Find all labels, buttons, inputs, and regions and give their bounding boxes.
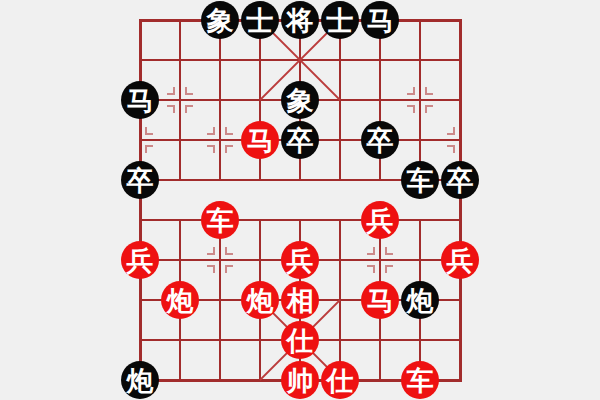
board-vline — [459, 19, 462, 382]
piece-red-general[interactable]: 帅 — [281, 361, 319, 399]
point-marker — [225, 127, 227, 135]
point-marker — [173, 87, 175, 95]
point-marker — [173, 105, 175, 113]
piece-red-elephant[interactable]: 相 — [281, 281, 319, 319]
piece-black-cannon[interactable]: 炮 — [121, 361, 159, 399]
board-vline — [139, 19, 142, 382]
point-marker — [385, 265, 387, 273]
piece-red-cannon[interactable]: 炮 — [161, 281, 199, 319]
piece-red-soldier[interactable]: 兵 — [441, 241, 479, 279]
point-marker — [225, 265, 227, 273]
piece-red-soldier[interactable]: 兵 — [361, 201, 399, 239]
xiangqi-board: 象士将士马马象马卒卒卒车卒车兵兵兵兵炮炮相马炮仕炮帅仕车 — [0, 0, 600, 400]
board-vline — [179, 20, 181, 180]
piece-red-chariot[interactable]: 车 — [401, 361, 439, 399]
point-marker — [225, 145, 227, 153]
board-vline — [219, 20, 221, 180]
piece-red-horse[interactable]: 马 — [241, 121, 279, 159]
point-marker — [185, 105, 187, 113]
board-vline — [219, 220, 221, 380]
point-marker — [425, 105, 427, 113]
piece-black-soldier[interactable]: 卒 — [441, 161, 479, 199]
piece-red-soldier[interactable]: 兵 — [281, 241, 319, 279]
point-marker — [185, 87, 187, 95]
piece-black-soldier[interactable]: 卒 — [361, 121, 399, 159]
piece-black-elephant[interactable]: 象 — [281, 81, 319, 119]
board-vline — [339, 220, 341, 380]
point-marker — [213, 145, 215, 153]
piece-red-advisor[interactable]: 仕 — [321, 361, 359, 399]
point-marker — [413, 87, 415, 95]
point-marker — [145, 127, 147, 135]
point-marker — [145, 145, 147, 153]
point-marker — [385, 247, 387, 255]
piece-black-advisor[interactable]: 士 — [321, 1, 359, 39]
piece-red-cannon[interactable]: 炮 — [241, 281, 279, 319]
piece-black-cannon[interactable]: 炮 — [401, 281, 439, 319]
point-marker — [373, 265, 375, 273]
piece-red-soldier[interactable]: 兵 — [121, 241, 159, 279]
piece-black-soldier[interactable]: 卒 — [281, 121, 319, 159]
piece-red-horse[interactable]: 马 — [361, 281, 399, 319]
piece-red-advisor[interactable]: 仕 — [281, 321, 319, 359]
point-marker — [373, 247, 375, 255]
point-marker — [453, 145, 455, 153]
point-marker — [213, 127, 215, 135]
point-marker — [225, 247, 227, 255]
piece-black-horse[interactable]: 马 — [361, 1, 399, 39]
piece-black-horse[interactable]: 马 — [121, 81, 159, 119]
point-marker — [413, 105, 415, 113]
board-vline — [339, 20, 341, 180]
board-vline — [419, 20, 421, 180]
piece-black-elephant[interactable]: 象 — [201, 1, 239, 39]
piece-black-general[interactable]: 将 — [281, 1, 319, 39]
piece-red-chariot[interactable]: 车 — [201, 201, 239, 239]
point-marker — [453, 127, 455, 135]
point-marker — [213, 265, 215, 273]
piece-black-advisor[interactable]: 士 — [241, 1, 279, 39]
piece-black-chariot[interactable]: 车 — [401, 161, 439, 199]
point-marker — [425, 87, 427, 95]
point-marker — [213, 247, 215, 255]
piece-black-soldier[interactable]: 卒 — [121, 161, 159, 199]
